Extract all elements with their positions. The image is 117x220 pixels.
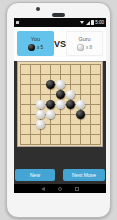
grid-line [20,114,101,115]
match-header: You x 5 VS Guru x 8 [14,27,106,61]
app-screen: 5:00 You x 5 VS Guru x 8 New [14,18,106,193]
earpiece-speaker [52,13,65,17]
stone-white [36,110,45,119]
stone-black [76,110,85,119]
signal-icon [86,21,90,25]
battery-icon [91,20,94,25]
grid-line [20,134,101,135]
player-name-you: You [31,36,40,42]
black-stone-icon [28,44,35,51]
grid-line [100,64,101,145]
stone-black [56,90,65,99]
stone-white [46,110,55,119]
front-camera [36,7,40,11]
game-area: New Next Move [14,61,106,184]
stone-white [56,80,65,89]
white-stone-icon [77,44,84,51]
board-grid[interactable] [17,61,103,147]
home-icon[interactable] [58,187,62,191]
new-game-button[interactable]: New [15,169,55,181]
back-icon[interactable] [41,187,45,191]
stone-black [46,80,55,89]
stone-white [76,100,85,109]
android-nav-bar [14,184,106,193]
notification-icon [16,21,19,24]
grid-line [20,144,101,145]
status-bar: 5:00 [14,18,106,27]
player-card-you: You x 5 [17,31,54,56]
stone-black [66,100,75,109]
grid-line [20,124,101,125]
stone-white [36,100,45,109]
stone-white [66,90,75,99]
stone-black [46,100,55,109]
player-card-guru: Guru x 8 [66,31,103,56]
player-count-guru: x 8 [86,45,92,50]
clock-text: 5:00 [95,18,104,27]
phone-frame: 5:00 You x 5 VS Guru x 8 New [6,2,111,218]
stone-white [56,100,65,109]
grid-line [90,64,91,145]
player-count-you: x 5 [37,45,43,50]
player-name-guru: Guru [78,36,90,42]
recents-icon[interactable] [75,187,79,191]
next-move-button[interactable]: Next Move [63,169,105,181]
wifi-icon [80,21,84,24]
stone-white [36,120,45,129]
